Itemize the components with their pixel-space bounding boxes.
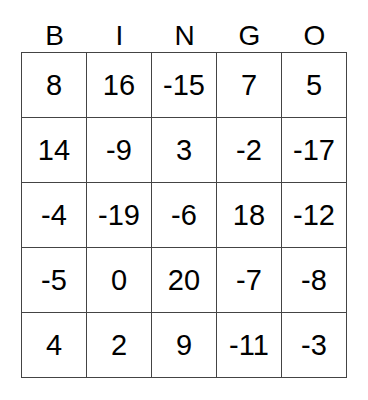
bingo-cell-r5c5[interactable]: -3 [282, 313, 347, 378]
bingo-cell-r1c2[interactable]: 16 [87, 53, 152, 118]
header-letter-g: G [217, 20, 282, 52]
header-letter-n: N [152, 20, 217, 52]
bingo-cell-r1c3[interactable]: -15 [152, 53, 217, 118]
bingo-cell-r2c1[interactable]: 14 [22, 118, 87, 183]
header-letter-o: O [282, 20, 347, 52]
bingo-cell-r5c4[interactable]: -11 [217, 313, 282, 378]
bingo-cell-r3c2[interactable]: -19 [87, 183, 152, 248]
bingo-cell-r4c5[interactable]: -8 [282, 248, 347, 313]
bingo-cell-r2c2[interactable]: -9 [87, 118, 152, 183]
header-letter-b: B [22, 20, 87, 52]
bingo-cell-r1c5[interactable]: 5 [282, 53, 347, 118]
bingo-cell-r3c3[interactable]: -6 [152, 183, 217, 248]
bingo-cell-r3c5[interactable]: -12 [282, 183, 347, 248]
bingo-cell-r4c1[interactable]: -5 [22, 248, 87, 313]
bingo-cell-r4c3[interactable]: 20 [152, 248, 217, 313]
bingo-cell-r2c3[interactable]: 3 [152, 118, 217, 183]
bingo-cell-r2c5[interactable]: -17 [282, 118, 347, 183]
bingo-cell-r1c4[interactable]: 7 [217, 53, 282, 118]
bingo-cell-r5c3[interactable]: 9 [152, 313, 217, 378]
bingo-cell-r3c4[interactable]: 18 [217, 183, 282, 248]
bingo-grid: 8 16 -15 7 5 14 -9 3 -2 -17 -4 -19 -6 18… [21, 52, 347, 378]
bingo-cell-r4c4[interactable]: -7 [217, 248, 282, 313]
bingo-cell-r5c2[interactable]: 2 [87, 313, 152, 378]
bingo-cell-r3c1[interactable]: -4 [22, 183, 87, 248]
bingo-cell-r1c1[interactable]: 8 [22, 53, 87, 118]
bingo-card: B I N G O 8 16 -15 7 5 14 -9 3 -2 -17 -4… [21, 20, 347, 378]
bingo-cell-r5c1[interactable]: 4 [22, 313, 87, 378]
header-letter-i: I [87, 20, 152, 52]
bingo-cell-r4c2[interactable]: 0 [87, 248, 152, 313]
bingo-cell-r2c4[interactable]: -2 [217, 118, 282, 183]
bingo-header: B I N G O [22, 20, 347, 52]
